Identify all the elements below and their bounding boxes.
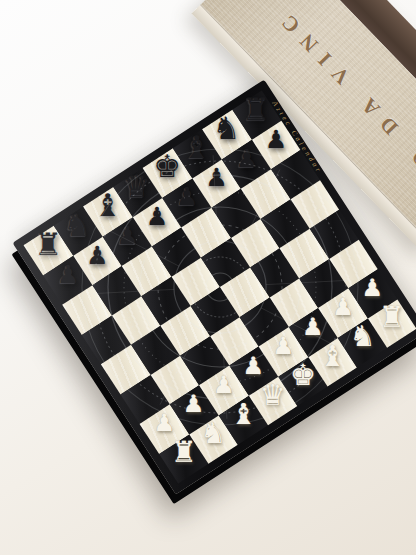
piece-black-rook: ♜: [243, 94, 271, 125]
piece-black-pawn: ♟: [235, 146, 257, 171]
piece-white-pawn: ♟: [243, 353, 265, 377]
piece-black-pawn: ♟: [175, 184, 197, 209]
piece-white-bishop: ♝: [230, 400, 256, 429]
piece-white-pawn: ♟: [302, 314, 324, 338]
piece-white-knight: ♞: [349, 322, 375, 351]
piece-white-rook: ♜: [170, 438, 196, 467]
piece-white-rook: ♜: [379, 303, 405, 332]
piece-white-knight: ♞: [200, 419, 226, 448]
piece-black-pawn: ♟: [146, 204, 168, 229]
piece-black-pawn: ♟: [86, 242, 108, 267]
piece-black-pawn: ♟: [205, 165, 227, 190]
piece-white-queen: ♛: [260, 380, 286, 409]
piece-white-king: ♚: [290, 361, 316, 390]
piece-white-pawn: ♟: [332, 295, 354, 319]
piece-black-pawn: ♟: [56, 262, 78, 287]
piece-black-pawn: ♟: [265, 126, 287, 151]
piece-white-pawn: ♟: [183, 392, 205, 416]
piece-white-pawn: ♟: [362, 276, 384, 300]
piece-black-pawn: ♟: [116, 223, 138, 248]
piece-white-pawn: ♟: [213, 372, 235, 396]
piece-white-pawn: ♟: [272, 334, 294, 358]
piece-white-pawn: ♟: [153, 411, 175, 435]
piece-white-bishop: ♝: [319, 342, 345, 371]
photo-scene: O DA VINC ♜♞♝♛♚♝♞♜♟♟♟♟♟♟♟♟♟♟♟♟♟♟♟♟♜♞♝♛♚♝…: [0, 0, 416, 555]
